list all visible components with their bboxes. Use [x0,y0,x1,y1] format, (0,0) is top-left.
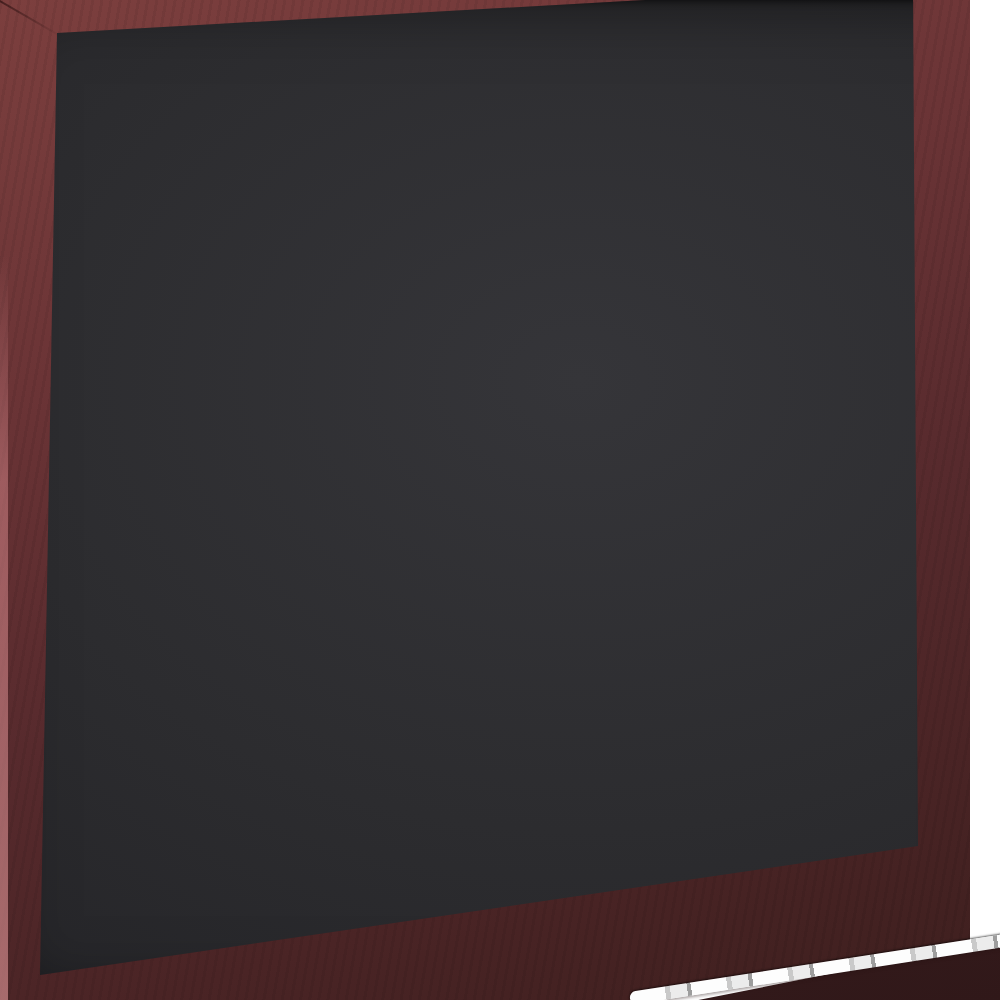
tray-row-black-majors: ♚♛♜♜♞♞♝♝ [90,807,869,1000]
black-pawn[interactable]: ♟ [839,564,926,578]
white-pawn[interactable]: ♟ [828,362,914,377]
white-pawn[interactable]: ♟ [254,463,340,478]
black-pawn[interactable]: ♟ [360,640,447,654]
black-pawn[interactable]: ♟ [551,609,638,623]
white-bishop[interactable]: ♝ [732,200,819,215]
white-rook[interactable]: ♜ [340,278,426,293]
black-pawn[interactable]: ♟ [168,670,255,684]
white-pawn[interactable]: ♟ [350,446,436,461]
black-knight[interactable]: ♞ [535,869,632,890]
white-pawn[interactable]: ♟ [732,379,818,394]
white-pawn[interactable]: ♟ [636,396,722,411]
white-rook[interactable]: ♜ [436,261,522,276]
white-pawn[interactable]: ♟ [159,480,245,495]
wood-edge-highlight [0,255,8,1000]
black-pawn[interactable]: ♟ [455,624,542,638]
chess-case-scene: ♚♛♜♜♞♞♝♝ ♟♟♟♟♟♟♟♟ ♟♟♟♟♟♟♟♟ ♚♛♜♜♞♞♝♝ [0,0,1000,1000]
black-pawn[interactable]: ♟ [743,579,830,593]
black-rook[interactable]: ♜ [438,899,523,917]
white-knight[interactable]: ♞ [629,218,727,235]
black-king[interactable]: ♚ [174,930,268,950]
black-pawn[interactable]: ♟ [647,594,734,608]
white-knight[interactable]: ♞ [533,235,631,252]
white-queen[interactable]: ♛ [261,276,349,292]
white-bishop[interactable]: ♝ [828,183,915,198]
black-pawn[interactable]: ♟ [264,655,351,669]
black-bishop[interactable]: ♝ [732,828,818,846]
black-queen[interactable]: ♛ [264,919,352,938]
black-bishop[interactable]: ♝ [827,807,913,825]
black-rook[interactable]: ♜ [344,919,429,937]
white-pawn[interactable]: ♟ [445,429,531,444]
white-pawn[interactable]: ♟ [541,412,627,427]
black-knight[interactable]: ♞ [630,849,727,870]
white-king[interactable]: ♚ [170,283,265,300]
